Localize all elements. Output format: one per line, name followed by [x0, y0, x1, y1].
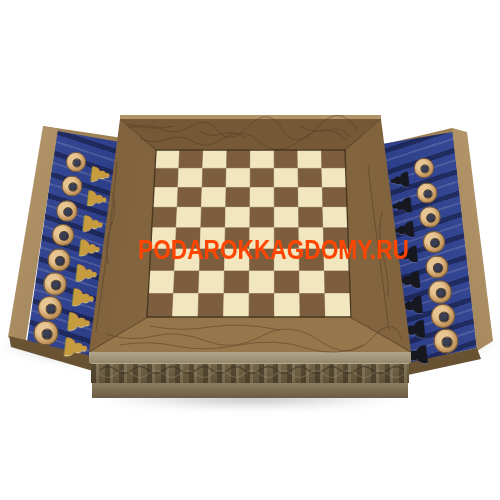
piece-wooden-base	[431, 304, 455, 328]
box-front-carved-band	[91, 363, 409, 383]
piece-wooden-base	[414, 158, 434, 178]
chess-box-photo: ♟♟♟♟♟♟♟♟ ♟♟♟♟♟♟♟♟	[0, 0, 500, 500]
box-front-lip	[89, 352, 411, 363]
piece-wooden-base	[434, 328, 459, 353]
piece-wooden-base	[422, 231, 444, 253]
piece-wooden-base	[417, 182, 438, 203]
piece-wooden-base	[428, 280, 452, 304]
piece-wooden-base	[425, 255, 448, 278]
base-felt-dot	[430, 238, 440, 248]
base-felt-dot	[423, 189, 433, 199]
base-felt-dot	[442, 336, 453, 347]
watermark-text: PODAROKKAGDOMY.RU	[138, 235, 409, 266]
base-felt-dot	[426, 213, 436, 223]
base-felt-dot	[420, 164, 429, 173]
piece-wooden-base	[420, 207, 442, 229]
pawn-figurine-icon: ♟	[386, 166, 414, 194]
box-front-lower-rail	[92, 383, 408, 398]
base-felt-dot	[433, 263, 443, 273]
base-felt-dot	[436, 287, 447, 298]
base-felt-dot	[439, 312, 450, 323]
